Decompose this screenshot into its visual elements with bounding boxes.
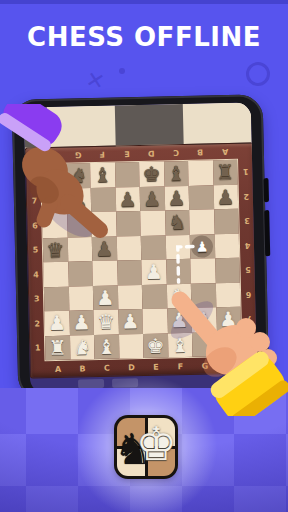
square-f6[interactable]: ♞ — [165, 210, 190, 235]
square-g5[interactable]: ♟ — [190, 234, 215, 259]
black-pawn[interactable]: ♟ — [216, 185, 234, 209]
purple-sleeve-hand-pointer — [0, 104, 115, 246]
square-d4[interactable] — [117, 260, 142, 285]
move-target-indicator[interactable]: ♟ — [191, 235, 213, 257]
white-bishop[interactable]: ♝ — [97, 334, 115, 358]
white-pawn[interactable]: ♟ — [121, 309, 139, 333]
square-e7[interactable]: ♟ — [140, 186, 165, 211]
white-pawn[interactable]: ♟ — [48, 311, 66, 335]
white-piece-ghost: ♟ — [196, 239, 209, 253]
square-a3[interactable] — [44, 286, 69, 311]
square-h6[interactable] — [214, 209, 239, 234]
square-e5[interactable] — [141, 235, 166, 260]
top-strip-divider — [0, 0, 288, 4]
square-d5[interactable] — [116, 235, 141, 260]
power-button — [264, 210, 270, 256]
black-pawn[interactable]: ♟ — [118, 187, 136, 211]
screen-ui-decoration — [78, 379, 104, 389]
square-b1[interactable]: ♞ — [69, 335, 94, 360]
rank-label: 1 — [239, 159, 253, 184]
volume-button — [263, 178, 269, 202]
dot-doodle-icon — [119, 68, 125, 74]
black-knight[interactable]: ♞ — [168, 210, 186, 234]
square-a2[interactable]: ♟ — [44, 311, 69, 336]
white-pawn[interactable]: ♟ — [72, 310, 90, 334]
file-label: B — [188, 145, 213, 160]
black-rook[interactable]: ♜ — [216, 160, 234, 184]
white-pawn[interactable]: ♟ — [145, 260, 163, 284]
purple-cuff — [0, 104, 67, 153]
square-g4[interactable] — [190, 258, 215, 283]
square-d3[interactable] — [117, 284, 142, 309]
chess-app-icon[interactable]: ♞ ♚ — [114, 415, 178, 479]
rank-label: 4 — [29, 262, 43, 287]
square-g7[interactable] — [189, 185, 214, 210]
square-h4[interactable] — [215, 258, 240, 283]
square-h7[interactable]: ♟ — [213, 184, 238, 209]
square-c4[interactable] — [92, 261, 117, 286]
square-e8[interactable]: ♚ — [139, 161, 164, 186]
rank-label: 2 — [240, 184, 254, 209]
square-c3[interactable]: ♟ — [93, 285, 118, 310]
square-e4[interactable]: ♟ — [141, 259, 166, 284]
file-label: D — [139, 146, 164, 161]
square-b3[interactable] — [68, 286, 93, 311]
square-d8[interactable] — [115, 162, 140, 187]
square-h5[interactable] — [214, 233, 239, 258]
file-label: A — [212, 145, 237, 160]
square-d7[interactable]: ♟ — [115, 187, 140, 212]
black-king[interactable]: ♚ — [142, 162, 160, 186]
square-c1[interactable]: ♝ — [94, 334, 119, 359]
white-queen[interactable]: ♛ — [97, 310, 115, 334]
square-b2[interactable]: ♟ — [69, 310, 94, 335]
file-label: C — [95, 361, 120, 376]
x-doodle-icon: ✕ — [84, 66, 107, 94]
square-c2[interactable]: ♛ — [93, 310, 118, 335]
square-g6[interactable] — [189, 209, 214, 234]
rank-label: 2 — [30, 311, 44, 336]
rank-label: 5 — [241, 257, 255, 282]
page-background: { "app": { "title": "CHESS OFFLINE" }, "… — [0, 0, 288, 512]
square-f7[interactable]: ♟ — [164, 185, 189, 210]
black-pawn[interactable]: ♟ — [167, 186, 185, 210]
file-label: B — [70, 361, 95, 376]
rank-label: 1 — [31, 336, 45, 361]
square-f5[interactable] — [165, 234, 190, 259]
white-pawn[interactable]: ♟ — [96, 285, 114, 309]
square-f4[interactable] — [166, 259, 191, 284]
rank-label: 3 — [240, 208, 254, 233]
square-g8[interactable] — [188, 160, 213, 185]
rank-label: 4 — [241, 233, 255, 258]
rank-label: 3 — [30, 287, 44, 312]
white-rook[interactable]: ♜ — [48, 335, 66, 359]
file-label: E — [114, 147, 139, 162]
file-label: A — [46, 362, 71, 377]
ring-doodle-icon — [246, 62, 270, 86]
file-label: C — [163, 146, 188, 161]
black-pawn[interactable]: ♟ — [143, 186, 161, 210]
square-b4[interactable] — [68, 261, 93, 286]
square-a4[interactable] — [43, 262, 68, 287]
square-a1[interactable]: ♜ — [45, 335, 70, 360]
square-h8[interactable]: ♜ — [213, 160, 238, 185]
white-king-icon: ♚ — [136, 417, 177, 471]
white-knight[interactable]: ♞ — [73, 335, 91, 359]
yellow-sleeve-hand-pointer — [140, 284, 288, 416]
square-e6[interactable] — [140, 210, 165, 235]
black-bishop[interactable]: ♝ — [167, 161, 185, 185]
square-d6[interactable] — [116, 211, 141, 236]
square-f8[interactable]: ♝ — [164, 161, 189, 186]
page-title: CHESS OFFLINE — [0, 22, 288, 52]
